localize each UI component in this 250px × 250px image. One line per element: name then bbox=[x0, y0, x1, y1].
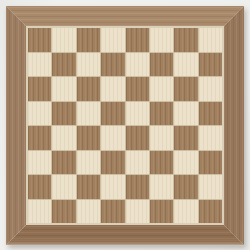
square-c8[interactable] bbox=[77, 28, 100, 52]
board-frame-right bbox=[224, 6, 244, 245]
square-d8[interactable] bbox=[101, 28, 124, 52]
square-d2[interactable] bbox=[101, 175, 124, 199]
square-c3[interactable] bbox=[77, 151, 100, 175]
square-c6[interactable] bbox=[77, 77, 100, 101]
square-e1[interactable] bbox=[126, 200, 149, 224]
square-h4[interactable] bbox=[199, 126, 222, 150]
square-f5[interactable] bbox=[150, 102, 173, 126]
square-h8[interactable] bbox=[199, 28, 222, 52]
square-a6[interactable] bbox=[28, 77, 51, 101]
square-a1[interactable] bbox=[28, 200, 51, 224]
square-h3[interactable] bbox=[199, 151, 222, 175]
square-g4[interactable] bbox=[174, 126, 197, 150]
square-f1[interactable] bbox=[150, 200, 173, 224]
square-b6[interactable] bbox=[52, 77, 75, 101]
square-a7[interactable] bbox=[28, 53, 51, 77]
square-h5[interactable] bbox=[199, 102, 222, 126]
square-e7[interactable] bbox=[126, 53, 149, 77]
square-b7[interactable] bbox=[52, 53, 75, 77]
square-d7[interactable] bbox=[101, 53, 124, 77]
square-g2[interactable] bbox=[174, 175, 197, 199]
square-e8[interactable] bbox=[126, 28, 149, 52]
square-e5[interactable] bbox=[126, 102, 149, 126]
square-d4[interactable] bbox=[101, 126, 124, 150]
square-d1[interactable] bbox=[101, 200, 124, 224]
square-c7[interactable] bbox=[77, 53, 100, 77]
square-b5[interactable] bbox=[52, 102, 75, 126]
square-c5[interactable] bbox=[77, 102, 100, 126]
square-b4[interactable] bbox=[52, 126, 75, 150]
square-g1[interactable] bbox=[174, 200, 197, 224]
square-a5[interactable] bbox=[28, 102, 51, 126]
square-c1[interactable] bbox=[77, 200, 100, 224]
square-b3[interactable] bbox=[52, 151, 75, 175]
square-d5[interactable] bbox=[101, 102, 124, 126]
square-d6[interactable] bbox=[101, 77, 124, 101]
board-frame-left bbox=[6, 6, 26, 245]
square-e4[interactable] bbox=[126, 126, 149, 150]
square-h1[interactable] bbox=[199, 200, 222, 224]
square-f6[interactable] bbox=[150, 77, 173, 101]
square-f8[interactable] bbox=[150, 28, 173, 52]
square-g8[interactable] bbox=[174, 28, 197, 52]
square-a8[interactable] bbox=[28, 28, 51, 52]
square-a4[interactable] bbox=[28, 126, 51, 150]
square-c4[interactable] bbox=[77, 126, 100, 150]
square-e3[interactable] bbox=[126, 151, 149, 175]
square-f4[interactable] bbox=[150, 126, 173, 150]
square-a3[interactable] bbox=[28, 151, 51, 175]
square-d3[interactable] bbox=[101, 151, 124, 175]
board-frame-top bbox=[6, 6, 244, 26]
square-f7[interactable] bbox=[150, 53, 173, 77]
square-a2[interactable] bbox=[28, 175, 51, 199]
square-e2[interactable] bbox=[126, 175, 149, 199]
square-e6[interactable] bbox=[126, 77, 149, 101]
square-b1[interactable] bbox=[52, 200, 75, 224]
square-c2[interactable] bbox=[77, 175, 100, 199]
square-g5[interactable] bbox=[174, 102, 197, 126]
square-g6[interactable] bbox=[174, 77, 197, 101]
board-grid bbox=[28, 28, 222, 223]
square-h7[interactable] bbox=[199, 53, 222, 77]
product-photo-background bbox=[0, 0, 250, 250]
square-b8[interactable] bbox=[52, 28, 75, 52]
square-b2[interactable] bbox=[52, 175, 75, 199]
square-g7[interactable] bbox=[174, 53, 197, 77]
board-inlay-border bbox=[26, 26, 224, 225]
square-f2[interactable] bbox=[150, 175, 173, 199]
square-h2[interactable] bbox=[199, 175, 222, 199]
board-frame-bottom bbox=[6, 225, 244, 245]
square-f3[interactable] bbox=[150, 151, 173, 175]
chess-board bbox=[6, 6, 244, 245]
square-g3[interactable] bbox=[174, 151, 197, 175]
square-h6[interactable] bbox=[199, 77, 222, 101]
